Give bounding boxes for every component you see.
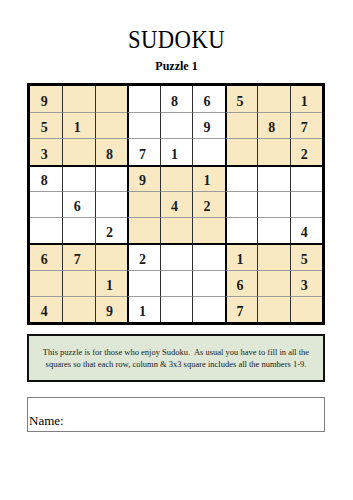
grid-cell[interactable] [192, 270, 224, 296]
grid-cell[interactable] [160, 270, 192, 296]
grid-cell[interactable] [95, 86, 127, 112]
grid-cell[interactable] [257, 138, 289, 164]
grid-cell[interactable]: 5 [290, 243, 322, 269]
grid-cell[interactable] [62, 270, 94, 296]
grid-cell[interactable]: 5 [30, 112, 62, 138]
grid-cell[interactable] [30, 191, 62, 217]
grid-cell[interactable] [127, 191, 159, 217]
grid-cell[interactable] [127, 86, 159, 112]
grid-cell[interactable] [257, 217, 289, 243]
grid-cell[interactable]: 1 [95, 270, 127, 296]
grid-cell[interactable] [290, 165, 322, 191]
grid-cell[interactable] [160, 296, 192, 322]
grid-cell[interactable] [225, 191, 257, 217]
grid-cell[interactable] [30, 270, 62, 296]
grid-cell[interactable]: 2 [95, 217, 127, 243]
puzzle-subtitle: Puzzle 1 [0, 59, 353, 74]
grid-cell[interactable]: 5 [225, 86, 257, 112]
grid-cell[interactable] [62, 165, 94, 191]
grid-cell[interactable]: 8 [95, 138, 127, 164]
grid-cell[interactable] [257, 270, 289, 296]
grid-cell[interactable]: 8 [30, 165, 62, 191]
grid-cell[interactable]: 3 [30, 138, 62, 164]
grid-cell[interactable]: 9 [127, 165, 159, 191]
grid-cell[interactable]: 1 [290, 86, 322, 112]
grid-cell[interactable] [225, 217, 257, 243]
grid-cell[interactable] [127, 112, 159, 138]
grid-cell[interactable]: 6 [62, 191, 94, 217]
grid-cell[interactable]: 7 [225, 296, 257, 322]
grid-cell[interactable]: 2 [192, 191, 224, 217]
grid-cell[interactable] [257, 243, 289, 269]
grid-cell[interactable] [30, 217, 62, 243]
grid-cell[interactable]: 6 [225, 270, 257, 296]
grid-cell[interactable]: 1 [62, 112, 94, 138]
grid-cell[interactable]: 7 [127, 138, 159, 164]
instructions-line-2: squares so that each row, column & 3x3 s… [46, 358, 307, 370]
sudoku-grid: 98651519873871289164224672151634917 [27, 83, 325, 325]
grid-cell[interactable] [160, 217, 192, 243]
grid-cell[interactable]: 4 [30, 296, 62, 322]
grid-cell[interactable]: 7 [290, 112, 322, 138]
grid-cell[interactable]: 9 [95, 296, 127, 322]
grid-cell[interactable] [95, 165, 127, 191]
grid-cell[interactable]: 7 [62, 243, 94, 269]
grid-cell[interactable] [192, 217, 224, 243]
grid-cell[interactable] [160, 112, 192, 138]
grid-cell[interactable] [257, 296, 289, 322]
grid-cell[interactable]: 2 [290, 138, 322, 164]
page-title: SUDOKU [23, 25, 330, 55]
grid-cell[interactable] [95, 243, 127, 269]
grid-cell[interactable] [225, 165, 257, 191]
grid-cell[interactable]: 2 [127, 243, 159, 269]
grid-cell[interactable] [95, 191, 127, 217]
grid-cell[interactable]: 9 [30, 86, 62, 112]
grid-cell[interactable] [62, 296, 94, 322]
grid-cell[interactable] [62, 138, 94, 164]
grid-cell[interactable]: 6 [30, 243, 62, 269]
grid-cell[interactable]: 9 [192, 112, 224, 138]
grid-cell[interactable] [62, 217, 94, 243]
grid-cell[interactable] [257, 86, 289, 112]
grid-cell[interactable] [257, 165, 289, 191]
name-field[interactable]: Name: [27, 397, 325, 432]
grid-cell[interactable] [62, 86, 94, 112]
grid-cell[interactable] [290, 191, 322, 217]
grid-cell[interactable] [160, 165, 192, 191]
grid-cell[interactable] [127, 217, 159, 243]
grid-cell[interactable]: 4 [160, 191, 192, 217]
grid-cell[interactable] [160, 243, 192, 269]
grid-cell[interactable]: 1 [225, 243, 257, 269]
grid-cell[interactable]: 8 [160, 86, 192, 112]
name-label: Name: [29, 413, 64, 429]
grid-cell[interactable] [192, 296, 224, 322]
grid-cell[interactable] [127, 270, 159, 296]
grid-cell[interactable]: 1 [160, 138, 192, 164]
grid-cell[interactable] [192, 243, 224, 269]
grid-cell[interactable] [225, 112, 257, 138]
grid-cell[interactable]: 4 [290, 217, 322, 243]
grid-cell[interactable]: 1 [127, 296, 159, 322]
grid-cell[interactable]: 6 [192, 86, 224, 112]
grid-cell[interactable]: 8 [257, 112, 289, 138]
grid-cell[interactable] [257, 191, 289, 217]
instructions-line-1: This puzzle is for those who enjoy Sudok… [43, 346, 309, 358]
grid-cell[interactable] [95, 112, 127, 138]
grid-cell[interactable] [192, 138, 224, 164]
grid-cell[interactable] [290, 296, 322, 322]
instructions-box: This puzzle is for those who enjoy Sudok… [27, 334, 325, 382]
grid-cell[interactable] [225, 138, 257, 164]
worksheet-page: SUDOKU Puzzle 1 986515198738712891642246… [0, 0, 353, 500]
grid-cell[interactable]: 1 [192, 165, 224, 191]
grid-cell[interactable]: 3 [290, 270, 322, 296]
